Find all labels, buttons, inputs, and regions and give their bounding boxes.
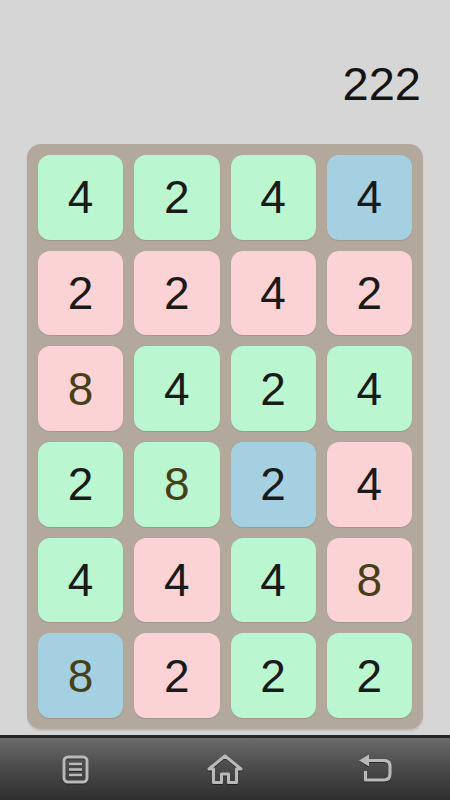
menu-icon [62,755,89,784]
android-navigation-bar [0,735,450,800]
tile-r5c2: 4 [134,538,219,623]
tile-r6c2: 2 [134,633,219,718]
tile-r2c2: 2 [134,251,219,336]
tile-r3c1: 8 [38,346,123,431]
tile-r3c3: 2 [231,346,316,431]
tile-r4c4: 4 [327,442,412,527]
tile-r2c1: 2 [38,251,123,336]
tile-r6c3: 2 [231,633,316,718]
tile-r1c2: 2 [134,155,219,240]
tile-r5c3: 4 [231,538,316,623]
tile-r3c4: 4 [327,346,412,431]
game-board[interactable]: 424422428424282444488222 [27,144,423,729]
tile-r1c4: 4 [327,155,412,240]
back-button[interactable] [300,738,450,800]
score: 222 [343,60,421,107]
home-icon [207,754,243,784]
tile-r1c1: 4 [38,155,123,240]
tile-r5c1: 4 [38,538,123,623]
tile-r4c3: 2 [231,442,316,527]
tile-r2c4: 2 [327,251,412,336]
tile-r6c4: 2 [327,633,412,718]
tile-r1c3: 4 [231,155,316,240]
menu-button[interactable] [0,738,150,800]
tile-r2c3: 4 [231,251,316,336]
app-screen: 222 424422428424282444488222 [0,0,450,800]
home-button[interactable] [150,738,300,800]
tile-r6c1: 8 [38,633,123,718]
tile-r4c2: 8 [134,442,219,527]
back-icon [357,754,393,784]
tile-r3c2: 4 [134,346,219,431]
tile-r4c1: 2 [38,442,123,527]
tile-r5c4: 8 [327,538,412,623]
